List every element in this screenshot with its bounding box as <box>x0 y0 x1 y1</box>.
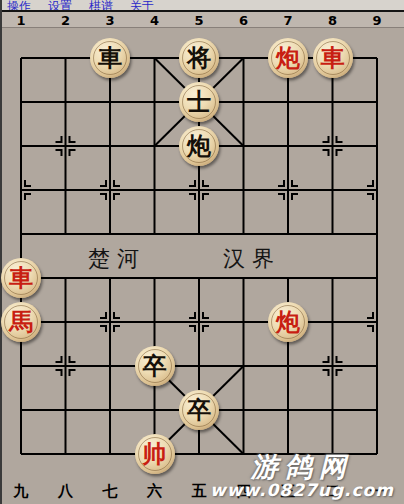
river-label-han-jie: 汉界 <box>223 244 281 274</box>
piece-glyph: 馬 <box>9 310 33 334</box>
piece-glyph: 炮 <box>276 310 300 334</box>
piece-black-炮-f5r3[interactable]: 炮 <box>179 126 219 166</box>
piece-black-将-f5r1[interactable]: 将 <box>179 38 219 78</box>
piece-glyph: 車 <box>98 46 122 70</box>
piece-glyph: 士 <box>187 90 211 114</box>
piece-black-卒-f5r9[interactable]: 卒 <box>179 390 219 430</box>
piece-red-車-f1r6[interactable]: 車 <box>1 258 41 298</box>
piece-glyph: 帅 <box>143 442 167 466</box>
xiangqi-app-window: 操作设置棋谱关于 123456789 楚河 汉界 車将炮車士炮車馬炮卒卒帅 九八… <box>0 0 404 504</box>
window-left-border <box>0 0 2 504</box>
river-label-chu-he: 楚河 <box>88 244 146 274</box>
piece-red-炮-f7r1[interactable]: 炮 <box>268 38 308 78</box>
piece-red-炮-f7r7[interactable]: 炮 <box>268 302 308 342</box>
piece-glyph: 車 <box>9 266 33 290</box>
piece-glyph: 将 <box>187 46 211 70</box>
piece-black-車-f3r1[interactable]: 車 <box>90 38 130 78</box>
piece-glyph: 炮 <box>276 46 300 70</box>
piece-glyph: 車 <box>321 46 345 70</box>
piece-black-士-f5r2[interactable]: 士 <box>179 82 219 122</box>
piece-glyph: 炮 <box>187 134 211 158</box>
piece-glyph: 卒 <box>187 398 211 422</box>
piece-black-卒-f4r8[interactable]: 卒 <box>135 346 175 386</box>
piece-glyph: 卒 <box>143 354 167 378</box>
piece-red-馬-f1r7[interactable]: 馬 <box>1 302 41 342</box>
piece-red-帅-f4r10[interactable]: 帅 <box>135 434 175 474</box>
piece-red-車-f8r1[interactable]: 車 <box>313 38 353 78</box>
